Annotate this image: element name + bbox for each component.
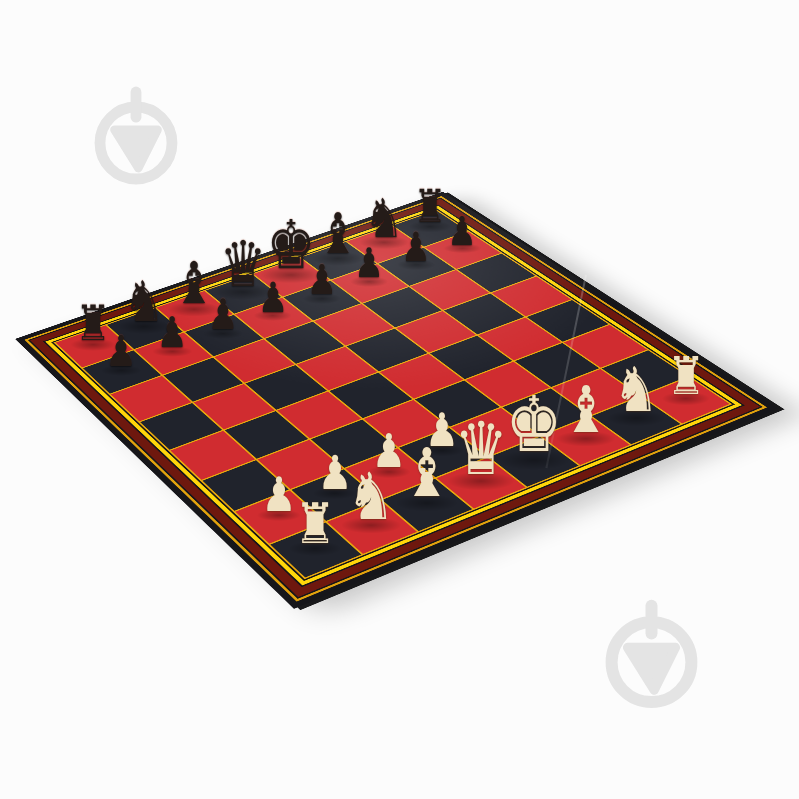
chessboard [15,192,778,609]
watermark-icon [585,589,718,722]
watermark-icon [76,77,196,197]
squares-grid [53,209,732,579]
product-photo: ♜♞♝♛♚♝♞♜♟♟♟♟♟♟♟♟♟♟♟♟♜♞♝♛♚♝♞♜ [0,0,799,799]
